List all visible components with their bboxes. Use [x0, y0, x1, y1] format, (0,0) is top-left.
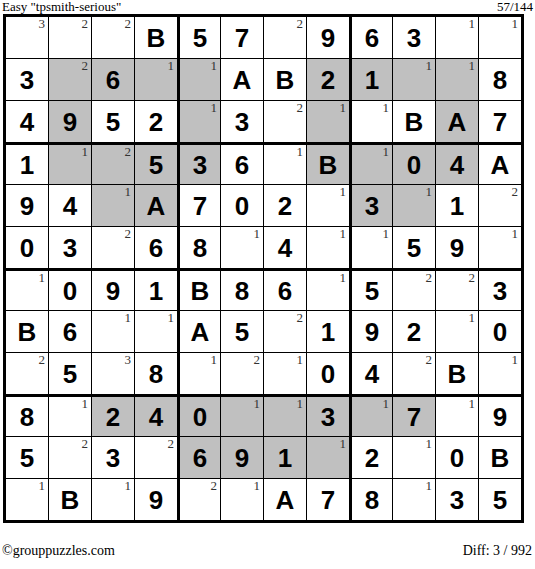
pencil-mark: 2 — [297, 17, 304, 31]
cell-r11c10[interactable]: 1 — [393, 437, 435, 478]
cell-value: 5 — [92, 101, 134, 142]
cell-value: 3 — [479, 271, 521, 310]
cell-value: 3 — [436, 479, 478, 520]
cell-r12c5[interactable]: 2 — [178, 479, 220, 520]
cell-value: 0 — [479, 311, 521, 352]
cell-r12c4[interactable]: 9 — [135, 479, 177, 520]
pencil-mark: 3 — [39, 17, 46, 31]
pencil-mark: 1 — [383, 145, 390, 159]
cell-r4c10[interactable]: 0 — [393, 143, 435, 184]
cell-value: 2 — [352, 437, 392, 478]
cell-r3c10[interactable]: B — [393, 101, 435, 142]
cell-r6c1[interactable]: 0 — [6, 227, 48, 268]
cell-r1c11[interactable]: 1 — [436, 17, 478, 58]
cell-r12c2[interactable]: B — [49, 479, 91, 520]
pencil-mark: 1 — [512, 227, 519, 241]
cell-r6c10[interactable]: 5 — [393, 227, 435, 268]
pencil-mark: 2 — [426, 353, 433, 367]
cell-r8c3[interactable]: 1 — [92, 311, 134, 352]
pencil-mark: 2 — [254, 353, 261, 367]
cell-value: 7 — [221, 17, 263, 58]
pencil-mark: 1 — [340, 101, 347, 115]
cell-value: 8 — [180, 227, 220, 268]
cell-r2c8[interactable]: 2 — [307, 59, 349, 100]
cell-r3c11[interactable]: A — [436, 101, 478, 142]
cell-r7c9[interactable]: 5 — [350, 269, 392, 310]
cell-value: A — [264, 479, 306, 520]
pencil-mark: 1 — [426, 59, 433, 73]
pencil-mark: 2 — [125, 145, 132, 159]
cell-value: 3 — [6, 59, 48, 100]
cell-value: 3 — [180, 145, 220, 184]
pencil-mark: 1 — [39, 271, 46, 285]
cell-value: 8 — [352, 479, 392, 520]
cell-r1c8[interactable]: 9 — [307, 17, 349, 58]
cell-r5c9[interactable]: 3 — [350, 185, 392, 226]
cell-value: 3 — [352, 185, 392, 226]
pencil-mark: 1 — [340, 227, 347, 241]
cell-r3c2[interactable]: 9 — [49, 101, 91, 142]
cell-value: 8 — [221, 271, 263, 310]
cell-value: A — [180, 311, 220, 352]
cell-r11c9[interactable]: 2 — [350, 437, 392, 478]
puzzle-title: Easy "tpsmith-serious" — [2, 0, 121, 13]
cell-r7c5[interactable]: B — [178, 269, 220, 310]
cell-value: 9 — [307, 17, 349, 58]
cell-r4c4[interactable]: 5 — [135, 143, 177, 184]
cell-r4c12[interactable]: A — [479, 143, 521, 184]
cell-r11c5[interactable]: 6 — [178, 437, 220, 478]
cell-r9c9[interactable]: 4 — [350, 353, 392, 394]
cell-value: 0 — [436, 437, 478, 478]
cell-value: 3 — [92, 437, 134, 478]
cell-value: 9 — [6, 185, 48, 226]
cell-value: 3 — [49, 227, 91, 268]
cell-value: 9 — [221, 437, 263, 478]
cell-r4c6[interactable]: 6 — [221, 143, 263, 184]
cell-value: 2 — [92, 397, 134, 436]
cell-value: 7 — [393, 397, 435, 436]
pencil-mark: 1 — [125, 311, 132, 325]
pencil-mark: 2 — [82, 59, 89, 73]
cell-r7c1[interactable]: 1 — [6, 269, 48, 310]
cell-value: B — [6, 311, 48, 352]
cell-value: 6 — [135, 227, 177, 268]
cell-r5c12[interactable]: 2 — [479, 185, 521, 226]
cell-r9c6[interactable]: 2 — [221, 353, 263, 394]
cell-value: B — [307, 145, 349, 184]
cell-r6c2[interactable]: 3 — [49, 227, 91, 268]
cell-r1c5[interactable]: 5 — [178, 17, 220, 58]
cell-value: B — [135, 17, 177, 58]
cell-r11c8[interactable]: 1 — [307, 437, 349, 478]
cell-r10c1[interactable]: 8 — [6, 395, 48, 436]
pencil-mark: 1 — [254, 227, 261, 241]
cell-value: A — [135, 185, 177, 226]
cell-r8c11[interactable]: 1 — [436, 311, 478, 352]
cell-r12c10[interactable]: 1 — [393, 479, 435, 520]
cell-r5c5[interactable]: 7 — [178, 185, 220, 226]
cell-r3c7[interactable]: 2 — [264, 101, 306, 142]
cell-value: 4 — [135, 397, 177, 436]
pencil-mark: 1 — [340, 185, 347, 199]
cell-r1c1[interactable]: 3 — [6, 17, 48, 58]
cell-value: 1 — [436, 185, 478, 226]
cell-r4c11[interactable]: 4 — [436, 143, 478, 184]
cell-value: 3 — [307, 397, 349, 436]
cell-r7c2[interactable]: 0 — [49, 269, 91, 310]
cell-r9c2[interactable]: 5 — [49, 353, 91, 394]
cell-r8c8[interactable]: 1 — [307, 311, 349, 352]
cell-value: 9 — [352, 311, 392, 352]
cell-r5c1[interactable]: 9 — [6, 185, 48, 226]
cell-value: 2 — [264, 185, 306, 226]
cell-value: 4 — [352, 353, 392, 394]
cell-r3c8[interactable]: 1 — [307, 101, 349, 142]
cell-r9c11[interactable]: B — [436, 353, 478, 394]
cell-r4c1[interactable]: 1 — [6, 143, 48, 184]
cell-value: 9 — [49, 101, 91, 142]
pencil-mark: 3 — [125, 353, 132, 367]
board: 322B5729631132611AB21118495213211BA71125… — [3, 14, 524, 523]
cell-r12c1[interactable]: 1 — [6, 479, 48, 520]
cell-value: 7 — [307, 479, 349, 520]
cell-value: 4 — [264, 227, 306, 268]
cell-value: B — [479, 437, 521, 478]
cell-r1c7[interactable]: 2 — [264, 17, 306, 58]
cell-r3c3[interactable]: 5 — [92, 101, 134, 142]
cell-r4c2[interactable]: 1 — [49, 143, 91, 184]
cell-r11c2[interactable]: 2 — [49, 437, 91, 478]
copyright-link[interactable]: ©grouppuzzles.com — [2, 543, 115, 559]
cell-value: 6 — [49, 311, 91, 352]
cell-r10c3[interactable]: 2 — [92, 395, 134, 436]
cell-r7c7[interactable]: 6 — [264, 269, 306, 310]
cell-r11c12[interactable]: B — [479, 437, 521, 478]
cell-r11c6[interactable]: 9 — [221, 437, 263, 478]
pencil-mark: 1 — [340, 437, 347, 451]
cell-r2c10[interactable]: 1 — [393, 59, 435, 100]
cell-r1c4[interactable]: B — [135, 17, 177, 58]
cell-value: 1 — [6, 145, 48, 184]
cell-value: A — [221, 59, 263, 100]
header: Easy "tpsmith-serious" 57/144 — [2, 0, 533, 13]
cell-r1c6[interactable]: 7 — [221, 17, 263, 58]
cell-r5c8[interactable]: 1 — [307, 185, 349, 226]
cell-value: B — [49, 479, 91, 520]
pencil-mark: 1 — [297, 397, 304, 411]
cell-r2c1[interactable]: 3 — [6, 59, 48, 100]
pencil-mark: 1 — [39, 479, 46, 493]
cell-r5c4[interactable]: A — [135, 185, 177, 226]
cell-value: 5 — [49, 353, 91, 394]
cell-r6c6[interactable]: 1 — [221, 227, 263, 268]
cell-r2c3[interactable]: 6 — [92, 59, 134, 100]
cell-r7c6[interactable]: 8 — [221, 269, 263, 310]
cell-r4c9[interactable]: 1 — [350, 143, 392, 184]
cell-value: 8 — [6, 397, 48, 436]
cell-r3c4[interactable]: 2 — [135, 101, 177, 142]
cell-r4c7[interactable]: 1 — [264, 143, 306, 184]
cell-r10c10[interactable]: 7 — [393, 395, 435, 436]
cell-r5c10[interactable]: 1 — [393, 185, 435, 226]
cell-r10c7[interactable]: 1 — [264, 395, 306, 436]
cell-r12c9[interactable]: 8 — [350, 479, 392, 520]
cell-value: 1 — [135, 271, 177, 310]
cell-value: A — [479, 145, 521, 184]
cell-r11c3[interactable]: 3 — [92, 437, 134, 478]
pencil-mark: 1 — [254, 479, 261, 493]
cell-r9c10[interactable]: 2 — [393, 353, 435, 394]
cell-value: 0 — [49, 271, 91, 310]
cell-value: 1 — [352, 59, 392, 100]
cell-value: 9 — [479, 397, 521, 436]
cell-r7c4[interactable]: 1 — [135, 269, 177, 310]
cell-r12c7[interactable]: A — [264, 479, 306, 520]
cell-r9c12[interactable]: 1 — [479, 353, 521, 394]
pencil-mark: 1 — [512, 17, 519, 31]
pencil-mark: 1 — [426, 185, 433, 199]
cell-r12c12[interactable]: 5 — [479, 479, 521, 520]
pencil-mark: 1 — [512, 353, 519, 367]
cell-r10c6[interactable]: 1 — [221, 395, 263, 436]
pencil-mark: 2 — [469, 271, 476, 285]
cell-r11c7[interactable]: 1 — [264, 437, 306, 478]
cell-r2c11[interactable]: 1 — [436, 59, 478, 100]
cell-r5c2[interactable]: 4 — [49, 185, 91, 226]
cell-value: 4 — [49, 185, 91, 226]
cell-value: 2 — [393, 311, 435, 352]
pencil-mark: 2 — [168, 437, 175, 451]
pencil-mark: 1 — [82, 397, 89, 411]
cell-r8c10[interactable]: 2 — [393, 311, 435, 352]
cell-value: A — [436, 101, 478, 142]
cell-value: 0 — [307, 353, 349, 394]
cell-r2c6[interactable]: A — [221, 59, 263, 100]
cell-value: 4 — [436, 145, 478, 184]
cell-r10c8[interactable]: 3 — [307, 395, 349, 436]
cell-r9c1[interactable]: 2 — [6, 353, 48, 394]
cell-r7c10[interactable]: 2 — [393, 269, 435, 310]
cell-value: B — [264, 59, 306, 100]
cell-r3c9[interactable]: 1 — [350, 101, 392, 142]
pencil-mark: 1 — [168, 311, 175, 325]
cell-r6c3[interactable]: 2 — [92, 227, 134, 268]
cell-r7c12[interactable]: 3 — [479, 269, 521, 310]
cell-r10c11[interactable]: 1 — [436, 395, 478, 436]
pencil-mark: 1 — [254, 397, 261, 411]
pencil-mark: 1 — [340, 271, 347, 285]
cell-r8c4[interactable]: 1 — [135, 311, 177, 352]
cell-r8c12[interactable]: 0 — [479, 311, 521, 352]
cell-value: 6 — [221, 145, 263, 184]
cell-value: 2 — [135, 101, 177, 142]
cell-r8c1[interactable]: B — [6, 311, 48, 352]
cell-r8c2[interactable]: 6 — [49, 311, 91, 352]
pencil-mark: 1 — [211, 353, 218, 367]
cell-r5c7[interactable]: 2 — [264, 185, 306, 226]
cell-value: 1 — [307, 311, 349, 352]
cell-value: 9 — [436, 227, 478, 268]
cell-r2c9[interactable]: 1 — [350, 59, 392, 100]
cell-r6c5[interactable]: 8 — [178, 227, 220, 268]
cell-r6c11[interactable]: 9 — [436, 227, 478, 268]
cell-r10c5[interactable]: 0 — [178, 395, 220, 436]
cell-value: 3 — [221, 101, 263, 142]
cell-value: 5 — [221, 311, 263, 352]
cell-r1c9[interactable]: 6 — [350, 17, 392, 58]
cell-value: 5 — [6, 437, 48, 478]
cell-r4c5[interactable]: 3 — [178, 143, 220, 184]
difficulty-label: Diff: 3 / 992 — [463, 543, 532, 559]
pencil-mark: 2 — [211, 479, 218, 493]
pencil-mark: 2 — [82, 17, 89, 31]
cell-r2c5[interactable]: 1 — [178, 59, 220, 100]
pencil-mark: 2 — [426, 271, 433, 285]
cell-value: 5 — [393, 227, 435, 268]
cell-r9c8[interactable]: 0 — [307, 353, 349, 394]
cell-r12c11[interactable]: 3 — [436, 479, 478, 520]
cell-value: B — [436, 353, 478, 394]
pencil-mark: 1 — [297, 145, 304, 159]
pencil-mark: 1 — [469, 311, 476, 325]
cell-r2c7[interactable]: B — [264, 59, 306, 100]
cell-r5c11[interactable]: 1 — [436, 185, 478, 226]
pencil-mark: 1 — [469, 17, 476, 31]
cell-r1c10[interactable]: 3 — [393, 17, 435, 58]
cell-r11c1[interactable]: 5 — [6, 437, 48, 478]
cell-r6c9[interactable]: 1 — [350, 227, 392, 268]
pencil-mark: 1 — [426, 437, 433, 451]
cell-r8c6[interactable]: 5 — [221, 311, 263, 352]
cell-value: 9 — [135, 479, 177, 520]
pencil-mark: 2 — [125, 17, 132, 31]
cell-r11c11[interactable]: 0 — [436, 437, 478, 478]
cell-r7c3[interactable]: 9 — [92, 269, 134, 310]
cell-r12c6[interactable]: 1 — [221, 479, 263, 520]
cell-value: 6 — [264, 271, 306, 310]
pencil-mark: 1 — [469, 59, 476, 73]
cell-r6c7[interactable]: 4 — [264, 227, 306, 268]
cell-r2c4[interactable]: 1 — [135, 59, 177, 100]
cell-value: 1 — [264, 437, 306, 478]
pencil-mark: 2 — [39, 353, 46, 367]
pencil-mark: 2 — [512, 185, 519, 199]
cell-r1c3[interactable]: 2 — [92, 17, 134, 58]
cell-r9c3[interactable]: 3 — [92, 353, 134, 394]
cell-r7c11[interactable]: 2 — [436, 269, 478, 310]
cell-r2c2[interactable]: 2 — [49, 59, 91, 100]
pencil-mark: 1 — [383, 397, 390, 411]
cell-r4c3[interactable]: 2 — [92, 143, 134, 184]
cell-r10c12[interactable]: 9 — [479, 395, 521, 436]
cell-r3c12[interactable]: 7 — [479, 101, 521, 142]
cell-r9c4[interactable]: 8 — [135, 353, 177, 394]
cell-r4c8[interactable]: B — [307, 143, 349, 184]
cell-value: 8 — [135, 353, 177, 394]
cell-r3c6[interactable]: 3 — [221, 101, 263, 142]
cell-value: 5 — [479, 479, 521, 520]
cell-value: 7 — [180, 185, 220, 226]
cell-r5c3[interactable]: 1 — [92, 185, 134, 226]
pencil-mark: 1 — [469, 397, 476, 411]
pencil-mark: 1 — [383, 101, 390, 115]
pencil-mark: 1 — [297, 353, 304, 367]
cell-value: 0 — [221, 185, 263, 226]
footer: ©grouppuzzles.com Diff: 3 / 992 — [2, 543, 532, 559]
cell-value: 0 — [180, 397, 220, 436]
pencil-mark: 1 — [125, 479, 132, 493]
pencil-mark: 1 — [211, 101, 218, 115]
cell-value: 6 — [92, 59, 134, 100]
cell-value: 0 — [393, 145, 435, 184]
cell-r2c12[interactable]: 8 — [479, 59, 521, 100]
cell-r8c5[interactable]: A — [178, 311, 220, 352]
cell-r12c8[interactable]: 7 — [307, 479, 349, 520]
pencil-mark: 1 — [383, 227, 390, 241]
cell-r6c4[interactable]: 6 — [135, 227, 177, 268]
cell-r7c8[interactable]: 1 — [307, 269, 349, 310]
pencil-mark: 1 — [125, 185, 132, 199]
cell-r10c4[interactable]: 4 — [135, 395, 177, 436]
cell-value: 2 — [307, 59, 349, 100]
cell-r10c9[interactable]: 1 — [350, 395, 392, 436]
cell-r8c9[interactable]: 9 — [350, 311, 392, 352]
pencil-mark: 1 — [211, 59, 218, 73]
cell-r10c2[interactable]: 1 — [49, 395, 91, 436]
cell-value: 8 — [479, 59, 521, 100]
cell-r1c12[interactable]: 1 — [479, 17, 521, 58]
puzzle-counter: 57/144 — [497, 0, 533, 13]
cell-r12c3[interactable]: 1 — [92, 479, 134, 520]
pencil-mark: 2 — [82, 437, 89, 451]
cell-value: 9 — [92, 271, 134, 310]
cell-value: 7 — [479, 101, 521, 142]
cell-value: 5 — [352, 271, 392, 310]
cell-value: 5 — [135, 145, 177, 184]
pencil-mark: 1 — [168, 59, 175, 73]
cell-r6c12[interactable]: 1 — [479, 227, 521, 268]
cell-r3c5[interactable]: 1 — [178, 101, 220, 142]
cell-value: 0 — [6, 227, 48, 268]
cell-value: B — [180, 271, 220, 310]
pencil-mark: 2 — [297, 101, 304, 115]
cell-r1c2[interactable]: 2 — [49, 17, 91, 58]
cell-value: 3 — [393, 17, 435, 58]
cell-value: B — [393, 101, 435, 142]
pencil-mark: 1 — [82, 145, 89, 159]
cell-r9c5[interactable]: 1 — [178, 353, 220, 394]
cell-r6c8[interactable]: 1 — [307, 227, 349, 268]
pencil-mark: 1 — [426, 479, 433, 493]
cell-r3c1[interactable]: 4 — [6, 101, 48, 142]
cell-r8c7[interactable]: 2 — [264, 311, 306, 352]
pencil-mark: 2 — [297, 311, 304, 325]
cell-r9c7[interactable]: 1 — [264, 353, 306, 394]
pencil-mark: 2 — [125, 227, 132, 241]
cell-value: 4 — [6, 101, 48, 142]
cell-r11c4[interactable]: 2 — [135, 437, 177, 478]
cell-value: 6 — [180, 437, 220, 478]
cell-r5c6[interactable]: 0 — [221, 185, 263, 226]
cell-value: 5 — [180, 17, 220, 58]
cell-value: 6 — [352, 17, 392, 58]
puzzle-page: Easy "tpsmith-serious" 57/144 322B572963… — [0, 0, 535, 569]
